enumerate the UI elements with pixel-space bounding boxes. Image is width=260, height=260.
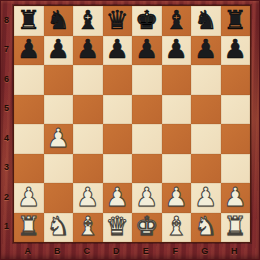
square-h6[interactable] <box>221 65 251 95</box>
rank-label-5: 5 <box>0 94 13 124</box>
square-c5[interactable] <box>73 95 103 125</box>
piece-black-pawn: ♟ <box>17 36 40 62</box>
piece-white-pawn: ♟ <box>47 125 70 151</box>
square-f4[interactable] <box>162 124 192 154</box>
rank-label-6: 6 <box>0 64 13 94</box>
square-d4[interactable] <box>103 124 133 154</box>
piece-white-queen: ♛ <box>106 213 129 239</box>
square-e5[interactable] <box>132 95 162 125</box>
square-b6[interactable] <box>44 65 74 95</box>
piece-black-rook: ♜ <box>17 7 40 33</box>
piece-white-knight: ♞ <box>194 213 217 239</box>
piece-black-knight: ♞ <box>194 7 217 33</box>
square-e2[interactable]: ♟ <box>132 183 162 213</box>
square-e6[interactable] <box>132 65 162 95</box>
square-e3[interactable] <box>132 154 162 184</box>
square-d3[interactable] <box>103 154 133 184</box>
piece-white-king: ♚ <box>135 213 158 239</box>
square-b8[interactable]: ♞ <box>44 6 74 36</box>
piece-white-pawn: ♟ <box>76 184 99 210</box>
square-g2[interactable]: ♟ <box>191 183 221 213</box>
square-g4[interactable] <box>191 124 221 154</box>
file-label-d: D <box>102 241 132 260</box>
piece-black-pawn: ♟ <box>76 36 99 62</box>
square-g7[interactable]: ♟ <box>191 36 221 66</box>
square-d1[interactable]: ♛ <box>103 213 133 243</box>
square-c2[interactable]: ♟ <box>73 183 103 213</box>
chessboard-frame: ♜♞♝♛♚♝♞♜♟♟♟♟♟♟♟♟♟♟♟♟♟♟♟♟♜♞♝♛♚♝♞♜ 8765432… <box>0 0 260 260</box>
rank-label-3: 3 <box>0 153 13 183</box>
piece-white-pawn: ♟ <box>224 184 247 210</box>
square-h5[interactable] <box>221 95 251 125</box>
square-b5[interactable] <box>44 95 74 125</box>
piece-white-bishop: ♝ <box>76 213 99 239</box>
rank-label-1: 1 <box>0 212 13 242</box>
rank-label-7: 7 <box>0 35 13 65</box>
square-b1[interactable]: ♞ <box>44 213 74 243</box>
square-c7[interactable]: ♟ <box>73 36 103 66</box>
square-h8[interactable]: ♜ <box>221 6 251 36</box>
square-d7[interactable]: ♟ <box>103 36 133 66</box>
square-c6[interactable] <box>73 65 103 95</box>
file-label-f: F <box>161 241 191 260</box>
square-d5[interactable] <box>103 95 133 125</box>
chessboard: ♜♞♝♛♚♝♞♜♟♟♟♟♟♟♟♟♟♟♟♟♟♟♟♟♜♞♝♛♚♝♞♜ <box>13 5 251 243</box>
square-a7[interactable]: ♟ <box>14 36 44 66</box>
file-label-e: E <box>131 241 161 260</box>
square-d8[interactable]: ♛ <box>103 6 133 36</box>
piece-black-bishop: ♝ <box>76 7 99 33</box>
file-label-b: B <box>43 241 73 260</box>
piece-white-rook: ♜ <box>17 213 40 239</box>
square-f5[interactable] <box>162 95 192 125</box>
square-h2[interactable]: ♟ <box>221 183 251 213</box>
square-f7[interactable]: ♟ <box>162 36 192 66</box>
piece-white-bishop: ♝ <box>165 213 188 239</box>
square-f8[interactable]: ♝ <box>162 6 192 36</box>
file-label-c: C <box>72 241 102 260</box>
square-a6[interactable] <box>14 65 44 95</box>
piece-white-knight: ♞ <box>47 213 70 239</box>
square-h7[interactable]: ♟ <box>221 36 251 66</box>
square-g8[interactable]: ♞ <box>191 6 221 36</box>
square-c8[interactable]: ♝ <box>73 6 103 36</box>
piece-black-pawn: ♟ <box>194 36 217 62</box>
square-e4[interactable] <box>132 124 162 154</box>
rank-label-4: 4 <box>0 123 13 153</box>
square-h1[interactable]: ♜ <box>221 213 251 243</box>
piece-black-pawn: ♟ <box>224 36 247 62</box>
square-e8[interactable]: ♚ <box>132 6 162 36</box>
square-e1[interactable]: ♚ <box>132 213 162 243</box>
piece-black-rook: ♜ <box>224 7 247 33</box>
rank-label-8: 8 <box>0 5 13 35</box>
piece-white-pawn: ♟ <box>17 184 40 210</box>
piece-black-pawn: ♟ <box>135 36 158 62</box>
square-c1[interactable]: ♝ <box>73 213 103 243</box>
piece-white-pawn: ♟ <box>106 184 129 210</box>
piece-black-pawn: ♟ <box>106 36 129 62</box>
square-c4[interactable] <box>73 124 103 154</box>
square-f3[interactable] <box>162 154 192 184</box>
piece-black-pawn: ♟ <box>165 36 188 62</box>
piece-black-pawn: ♟ <box>47 36 70 62</box>
square-a5[interactable] <box>14 95 44 125</box>
square-d6[interactable] <box>103 65 133 95</box>
piece-white-pawn: ♟ <box>135 184 158 210</box>
square-a3[interactable] <box>14 154 44 184</box>
square-g5[interactable] <box>191 95 221 125</box>
square-a8[interactable]: ♜ <box>14 6 44 36</box>
square-e7[interactable]: ♟ <box>132 36 162 66</box>
file-label-a: A <box>13 241 43 260</box>
square-d2[interactable]: ♟ <box>103 183 133 213</box>
piece-white-rook: ♜ <box>224 213 247 239</box>
square-b2[interactable] <box>44 183 74 213</box>
piece-black-knight: ♞ <box>47 7 70 33</box>
square-b7[interactable]: ♟ <box>44 36 74 66</box>
square-f2[interactable]: ♟ <box>162 183 192 213</box>
square-a1[interactable]: ♜ <box>14 213 44 243</box>
rank-label-2: 2 <box>0 182 13 212</box>
piece-white-pawn: ♟ <box>165 184 188 210</box>
piece-black-king: ♚ <box>135 7 158 33</box>
file-label-g: G <box>190 241 220 260</box>
square-g1[interactable]: ♞ <box>191 213 221 243</box>
square-a4[interactable] <box>14 124 44 154</box>
square-f6[interactable] <box>162 65 192 95</box>
square-c3[interactable] <box>73 154 103 184</box>
square-b4[interactable]: ♟ <box>44 124 74 154</box>
piece-black-bishop: ♝ <box>165 7 188 33</box>
square-b3[interactable] <box>44 154 74 184</box>
square-a2[interactable]: ♟ <box>14 183 44 213</box>
square-g3[interactable] <box>191 154 221 184</box>
piece-black-queen: ♛ <box>106 7 129 33</box>
piece-white-pawn: ♟ <box>194 184 217 210</box>
square-h4[interactable] <box>221 124 251 154</box>
square-h3[interactable] <box>221 154 251 184</box>
file-label-h: H <box>220 241 250 260</box>
square-f1[interactable]: ♝ <box>162 213 192 243</box>
square-g6[interactable] <box>191 65 221 95</box>
